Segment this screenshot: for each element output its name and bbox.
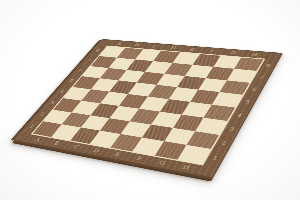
board-frame: ABCDEFGH ABCDEFGH 87654321 87654321 <box>13 39 283 178</box>
chessboard: ABCDEFGH ABCDEFGH 87654321 87654321 <box>13 39 283 178</box>
photo-background: ABCDEFGH ABCDEFGH 87654321 87654321 <box>0 0 300 200</box>
